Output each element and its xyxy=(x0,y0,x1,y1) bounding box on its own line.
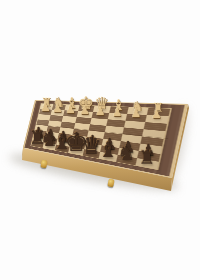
piece-white-pawn[interactable]: ♟ xyxy=(52,103,62,115)
piece-black-knight[interactable]: ♞ xyxy=(118,144,136,164)
piece-white-pawn[interactable]: ♟ xyxy=(95,106,105,118)
piece-black-rook[interactable]: ♜ xyxy=(139,148,156,167)
piece-white-pawn[interactable]: ♟ xyxy=(65,104,75,116)
product-photo: ♜♞♝♛♚♝♞♜♟♟♟♟♟♟♟♟♟♟♟♟♟♟♟♟♜♞♝♛♚♝♞♜ xyxy=(0,0,200,280)
piece-black-rook[interactable]: ♜ xyxy=(29,129,46,148)
piece-white-pawn[interactable]: ♟ xyxy=(79,105,89,117)
brass-clasp-right-icon xyxy=(107,179,114,188)
piece-white-pawn[interactable]: ♟ xyxy=(112,107,122,119)
piece-white-pawn[interactable]: ♟ xyxy=(131,108,141,120)
piece-white-pawn[interactable]: ♟ xyxy=(40,102,50,114)
piece-white-pawn[interactable]: ♟ xyxy=(151,110,161,122)
brass-clasp-left-icon xyxy=(40,160,47,169)
